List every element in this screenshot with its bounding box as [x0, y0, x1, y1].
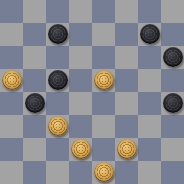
square-r7c0[interactable]: [0, 161, 23, 184]
square-r0c1[interactable]: [23, 0, 46, 23]
gold-man[interactable]: [2, 70, 22, 90]
square-r3c1: [23, 69, 46, 92]
square-r2c0: [0, 46, 23, 69]
square-r3c0[interactable]: [0, 69, 23, 92]
square-r5c7: [161, 115, 184, 138]
square-r5c4[interactable]: [92, 115, 115, 138]
square-r1c4[interactable]: [92, 23, 115, 46]
square-r6c5[interactable]: [115, 138, 138, 161]
square-r4c6: [138, 92, 161, 115]
square-r5c0[interactable]: [0, 115, 23, 138]
square-r7c2[interactable]: [46, 161, 69, 184]
square-r6c2: [46, 138, 69, 161]
square-r2c6: [138, 46, 161, 69]
square-r6c7[interactable]: [161, 138, 184, 161]
square-r7c4[interactable]: [92, 161, 115, 184]
square-r4c1[interactable]: [23, 92, 46, 115]
black-man[interactable]: [140, 24, 160, 44]
square-r1c0[interactable]: [0, 23, 23, 46]
square-r0c5[interactable]: [115, 0, 138, 23]
square-r4c3[interactable]: [69, 92, 92, 115]
gold-man[interactable]: [71, 139, 91, 159]
black-man[interactable]: [163, 93, 183, 113]
square-r0c4: [92, 0, 115, 23]
square-r3c7: [161, 69, 184, 92]
square-r6c3[interactable]: [69, 138, 92, 161]
square-r1c5: [115, 23, 138, 46]
gold-man[interactable]: [94, 162, 114, 182]
square-r5c2[interactable]: [46, 115, 69, 138]
square-r3c2[interactable]: [46, 69, 69, 92]
square-r7c1: [23, 161, 46, 184]
square-r6c0: [0, 138, 23, 161]
square-r4c2: [46, 92, 69, 115]
black-man[interactable]: [48, 24, 68, 44]
square-r4c0: [0, 92, 23, 115]
square-r3c5: [115, 69, 138, 92]
square-r2c1[interactable]: [23, 46, 46, 69]
square-r3c4[interactable]: [92, 69, 115, 92]
square-r7c6[interactable]: [138, 161, 161, 184]
square-r7c5: [115, 161, 138, 184]
square-r6c4: [92, 138, 115, 161]
square-r3c6[interactable]: [138, 69, 161, 92]
black-man[interactable]: [48, 70, 68, 90]
square-r2c7[interactable]: [161, 46, 184, 69]
square-r5c3: [69, 115, 92, 138]
square-r5c5: [115, 115, 138, 138]
square-r5c1: [23, 115, 46, 138]
square-r0c3[interactable]: [69, 0, 92, 23]
square-r1c7: [161, 23, 184, 46]
square-r3c3: [69, 69, 92, 92]
square-r2c3[interactable]: [69, 46, 92, 69]
square-r4c5[interactable]: [115, 92, 138, 115]
square-r0c0: [0, 0, 23, 23]
black-man[interactable]: [25, 93, 45, 113]
black-man[interactable]: [163, 47, 183, 67]
square-r1c1: [23, 23, 46, 46]
square-r6c1[interactable]: [23, 138, 46, 161]
square-r2c2: [46, 46, 69, 69]
square-r4c7[interactable]: [161, 92, 184, 115]
gold-man[interactable]: [48, 116, 68, 136]
square-r6c6: [138, 138, 161, 161]
gold-man[interactable]: [117, 139, 137, 159]
square-r1c6[interactable]: [138, 23, 161, 46]
square-r0c2: [46, 0, 69, 23]
square-r1c2[interactable]: [46, 23, 69, 46]
square-r0c7[interactable]: [161, 0, 184, 23]
square-r1c3: [69, 23, 92, 46]
square-r7c3: [69, 161, 92, 184]
square-r5c6[interactable]: [138, 115, 161, 138]
square-r7c7: [161, 161, 184, 184]
gold-man[interactable]: [94, 70, 114, 90]
square-r0c6: [138, 0, 161, 23]
square-r2c4: [92, 46, 115, 69]
square-r4c4: [92, 92, 115, 115]
checkers-board: [0, 0, 184, 184]
square-r2c5[interactable]: [115, 46, 138, 69]
